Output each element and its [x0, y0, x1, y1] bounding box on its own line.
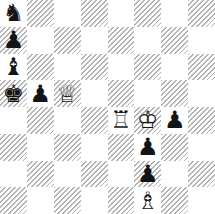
square-f2[interactable]: ♟	[134, 161, 161, 188]
square-g8[interactable]	[161, 0, 188, 27]
square-a7[interactable]: ♟	[0, 27, 27, 54]
square-b6[interactable]	[27, 54, 54, 81]
square-e7[interactable]	[108, 27, 135, 54]
square-a2[interactable]	[0, 161, 27, 188]
white-bishop-piece: ♝♗	[134, 187, 161, 214]
black-knight-piece: ♞	[0, 0, 27, 27]
square-h8[interactable]	[188, 0, 215, 27]
square-f6[interactable]	[134, 54, 161, 81]
square-a1[interactable]	[0, 187, 27, 214]
square-h3[interactable]	[188, 134, 215, 161]
square-c7[interactable]	[54, 27, 81, 54]
square-e1[interactable]	[108, 187, 135, 214]
square-d2[interactable]	[81, 161, 108, 188]
square-f3[interactable]: ♟	[134, 134, 161, 161]
square-b7[interactable]	[27, 27, 54, 54]
square-h2[interactable]	[188, 161, 215, 188]
white-king-piece: ♚♔	[134, 107, 161, 134]
square-d8[interactable]	[81, 0, 108, 27]
square-c2[interactable]	[54, 161, 81, 188]
square-a3[interactable]	[0, 134, 27, 161]
white-queen-piece: ♛♕	[54, 80, 81, 107]
square-h1[interactable]	[188, 187, 215, 214]
square-d1[interactable]	[81, 187, 108, 214]
square-f8[interactable]	[134, 0, 161, 27]
square-c6[interactable]	[54, 54, 81, 81]
square-a6[interactable]: ♝	[0, 54, 27, 81]
square-e8[interactable]	[108, 0, 135, 27]
square-b3[interactable]	[27, 134, 54, 161]
square-c4[interactable]	[54, 107, 81, 134]
square-g5[interactable]	[161, 80, 188, 107]
square-g6[interactable]	[161, 54, 188, 81]
chess-board: ♞♟♝♚♟♛♕♜♖♚♔♟♟♟♝♗	[0, 0, 215, 214]
square-a5[interactable]: ♚	[0, 80, 27, 107]
square-g4[interactable]: ♟	[161, 107, 188, 134]
square-b4[interactable]	[27, 107, 54, 134]
black-bishop-piece: ♝	[0, 54, 27, 81]
square-c1[interactable]	[54, 187, 81, 214]
square-g7[interactable]	[161, 27, 188, 54]
black-pawn-piece: ♟	[134, 161, 161, 188]
square-b8[interactable]	[27, 0, 54, 27]
square-a4[interactable]	[0, 107, 27, 134]
square-c8[interactable]	[54, 0, 81, 27]
square-e2[interactable]	[108, 161, 135, 188]
square-a8[interactable]: ♞	[0, 0, 27, 27]
black-pawn-piece: ♟	[0, 27, 27, 54]
square-h5[interactable]	[188, 80, 215, 107]
square-e5[interactable]	[108, 80, 135, 107]
square-d3[interactable]	[81, 134, 108, 161]
square-f4[interactable]: ♚♔	[134, 107, 161, 134]
black-king-piece: ♚	[0, 80, 27, 107]
square-d6[interactable]	[81, 54, 108, 81]
square-e6[interactable]	[108, 54, 135, 81]
square-d5[interactable]	[81, 80, 108, 107]
square-e4[interactable]: ♜♖	[108, 107, 135, 134]
square-h4[interactable]	[188, 107, 215, 134]
square-f5[interactable]	[134, 80, 161, 107]
square-e3[interactable]	[108, 134, 135, 161]
white-rook-piece: ♜♖	[108, 107, 135, 134]
black-pawn-piece: ♟	[134, 134, 161, 161]
square-f7[interactable]	[134, 27, 161, 54]
square-g2[interactable]	[161, 161, 188, 188]
square-b1[interactable]	[27, 187, 54, 214]
square-h6[interactable]	[188, 54, 215, 81]
black-pawn-piece: ♟	[27, 80, 54, 107]
square-d4[interactable]	[81, 107, 108, 134]
black-pawn-piece: ♟	[161, 107, 188, 134]
square-d7[interactable]	[81, 27, 108, 54]
square-b2[interactable]	[27, 161, 54, 188]
square-c3[interactable]	[54, 134, 81, 161]
square-c5[interactable]: ♛♕	[54, 80, 81, 107]
square-f1[interactable]: ♝♗	[134, 187, 161, 214]
square-g1[interactable]	[161, 187, 188, 214]
square-h7[interactable]	[188, 27, 215, 54]
square-b5[interactable]: ♟	[27, 80, 54, 107]
square-g3[interactable]	[161, 134, 188, 161]
